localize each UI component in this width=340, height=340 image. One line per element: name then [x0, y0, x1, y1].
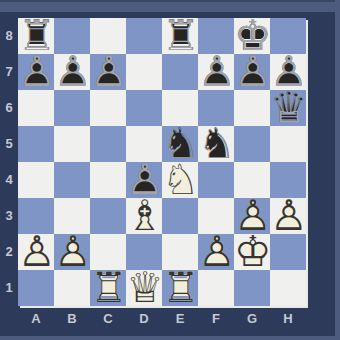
piece-white-queen[interactable]: ♛♕ [126, 270, 162, 306]
square-g8[interactable]: ♚♔ [234, 18, 270, 54]
square-f7[interactable]: ♟♙ [198, 54, 234, 90]
square-a7[interactable]: ♟♙ [18, 54, 54, 90]
square-f4[interactable] [198, 162, 234, 198]
square-c1[interactable]: ♜♖ [90, 270, 126, 306]
square-b8[interactable] [54, 18, 90, 54]
file-label-d: D [126, 306, 162, 334]
chess-board-widget: 87654321 ♜♖♜♖♚♔♟♙♟♙♟♙♟♙♟♙♟♙♛♕♞♘♞♘♟♙♞♘♝♗♟… [0, 0, 340, 340]
square-c5[interactable] [90, 126, 126, 162]
square-h4[interactable] [270, 162, 306, 198]
square-f1[interactable] [198, 270, 234, 306]
square-e5[interactable]: ♞♘ [162, 126, 198, 162]
square-c8[interactable] [90, 18, 126, 54]
piece-black-queen[interactable]: ♛♕ [270, 90, 306, 126]
square-d3[interactable]: ♝♗ [126, 198, 162, 234]
square-f6[interactable] [198, 90, 234, 126]
square-h5[interactable] [270, 126, 306, 162]
square-c3[interactable] [90, 198, 126, 234]
chess-board: ♜♖♜♖♚♔♟♙♟♙♟♙♟♙♟♙♟♙♛♕♞♘♞♘♟♙♞♘♝♗♟♙♟♙♟♙♟♙♟♙… [18, 18, 306, 306]
rank-label-6: 6 [0, 90, 18, 126]
square-h8[interactable] [270, 18, 306, 54]
piece-white-rook[interactable]: ♜♖ [90, 270, 126, 306]
file-label-e: E [162, 306, 198, 334]
square-c4[interactable] [90, 162, 126, 198]
piece-black-knight[interactable]: ♞♘ [162, 126, 198, 162]
square-f3[interactable] [198, 198, 234, 234]
square-e8[interactable]: ♜♖ [162, 18, 198, 54]
square-g1[interactable] [234, 270, 270, 306]
square-h2[interactable] [270, 234, 306, 270]
file-label-c: C [90, 306, 126, 334]
square-g7[interactable]: ♟♙ [234, 54, 270, 90]
square-b2[interactable]: ♟♙ [54, 234, 90, 270]
square-a8[interactable]: ♜♖ [18, 18, 54, 54]
rank-label-4: 4 [0, 162, 18, 198]
square-e1[interactable]: ♜♖ [162, 270, 198, 306]
piece-white-rook[interactable]: ♜♖ [162, 270, 198, 306]
piece-white-pawn[interactable]: ♟♙ [270, 198, 306, 234]
rank-label-8: 8 [0, 18, 18, 54]
rank-label-1: 1 [0, 270, 18, 306]
frame-right-band [335, 0, 340, 340]
square-a6[interactable] [18, 90, 54, 126]
piece-black-rook[interactable]: ♜♖ [18, 18, 54, 54]
piece-black-pawn[interactable]: ♟♙ [270, 54, 306, 90]
square-g3[interactable]: ♟♙ [234, 198, 270, 234]
square-d2[interactable] [126, 234, 162, 270]
square-b3[interactable] [54, 198, 90, 234]
square-h3[interactable]: ♟♙ [270, 198, 306, 234]
piece-white-pawn[interactable]: ♟♙ [54, 234, 90, 270]
square-a2[interactable]: ♟♙ [18, 234, 54, 270]
file-label-h: H [270, 306, 306, 334]
square-h7[interactable]: ♟♙ [270, 54, 306, 90]
frame-bottom-band [0, 336, 340, 340]
square-b4[interactable] [54, 162, 90, 198]
square-h6[interactable]: ♛♕ [270, 90, 306, 126]
piece-white-king[interactable]: ♚♔ [234, 234, 270, 270]
square-a4[interactable] [18, 162, 54, 198]
file-label-f: F [198, 306, 234, 334]
square-e7[interactable] [162, 54, 198, 90]
file-label-b: B [54, 306, 90, 334]
square-g5[interactable] [234, 126, 270, 162]
square-c2[interactable] [90, 234, 126, 270]
rank-label-3: 3 [0, 198, 18, 234]
square-d4[interactable]: ♟♙ [126, 162, 162, 198]
rank-label-2: 2 [0, 234, 18, 270]
frame-top-band [0, 0, 340, 12]
square-a3[interactable] [18, 198, 54, 234]
square-d8[interactable] [126, 18, 162, 54]
piece-black-pawn[interactable]: ♟♙ [126, 162, 162, 198]
square-g4[interactable] [234, 162, 270, 198]
piece-black-king[interactable]: ♚♔ [234, 18, 270, 54]
square-e3[interactable] [162, 198, 198, 234]
square-c7[interactable]: ♟♙ [90, 54, 126, 90]
square-e2[interactable] [162, 234, 198, 270]
square-b6[interactable] [54, 90, 90, 126]
file-label-a: A [18, 306, 54, 334]
rank-label-7: 7 [0, 54, 18, 90]
square-g2[interactable]: ♚♔ [234, 234, 270, 270]
square-a5[interactable] [18, 126, 54, 162]
file-labels: ABCDEFGH [18, 306, 306, 334]
piece-black-rook[interactable]: ♜♖ [162, 18, 198, 54]
square-b5[interactable] [54, 126, 90, 162]
square-a1[interactable] [18, 270, 54, 306]
square-d7[interactable] [126, 54, 162, 90]
square-e4[interactable]: ♞♘ [162, 162, 198, 198]
piece-white-pawn[interactable]: ♟♙ [18, 234, 54, 270]
square-d1[interactable]: ♛♕ [126, 270, 162, 306]
piece-black-pawn[interactable]: ♟♙ [198, 54, 234, 90]
square-d6[interactable] [126, 90, 162, 126]
piece-white-pawn[interactable]: ♟♙ [234, 198, 270, 234]
piece-black-knight[interactable]: ♞♘ [198, 126, 234, 162]
piece-black-pawn[interactable]: ♟♙ [90, 54, 126, 90]
square-f5[interactable]: ♞♘ [198, 126, 234, 162]
square-b7[interactable]: ♟♙ [54, 54, 90, 90]
square-g6[interactable] [234, 90, 270, 126]
piece-black-pawn[interactable]: ♟♙ [234, 54, 270, 90]
square-h1[interactable] [270, 270, 306, 306]
piece-white-knight[interactable]: ♞♘ [162, 162, 198, 198]
square-e6[interactable] [162, 90, 198, 126]
piece-black-pawn[interactable]: ♟♙ [18, 54, 54, 90]
square-b1[interactable] [54, 270, 90, 306]
piece-black-pawn[interactable]: ♟♙ [54, 54, 90, 90]
square-c6[interactable] [90, 90, 126, 126]
square-f8[interactable] [198, 18, 234, 54]
rank-label-5: 5 [0, 126, 18, 162]
piece-white-bishop[interactable]: ♝♗ [126, 198, 162, 234]
rank-labels: 87654321 [0, 18, 18, 306]
file-label-g: G [234, 306, 270, 334]
square-f2[interactable]: ♟♙ [198, 234, 234, 270]
square-d5[interactable] [126, 126, 162, 162]
piece-white-pawn[interactable]: ♟♙ [198, 234, 234, 270]
